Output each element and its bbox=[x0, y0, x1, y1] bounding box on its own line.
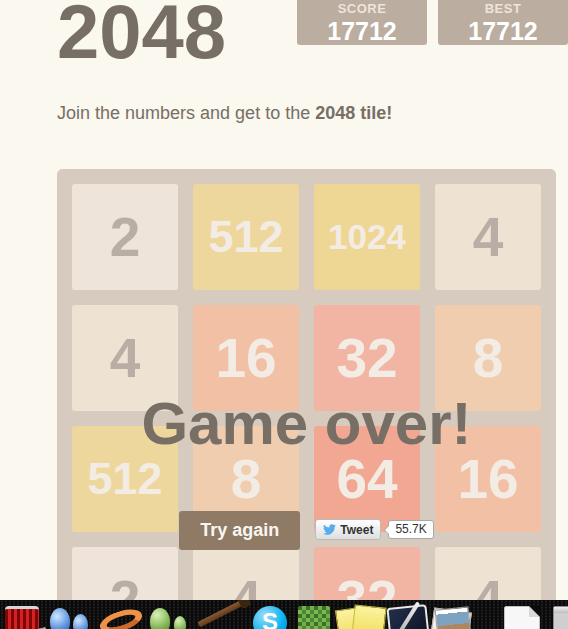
tweet-button[interactable]: Tweet bbox=[315, 519, 381, 540]
easel-dock-icon[interactable] bbox=[386, 604, 429, 629]
tweet-label: Tweet bbox=[340, 523, 373, 537]
score-value: 17712 bbox=[297, 17, 427, 46]
tweet-widget: Tweet 55.7K bbox=[315, 519, 433, 540]
stickies-dock-icon[interactable] bbox=[337, 606, 385, 629]
game-over-overlay: Game over! Try again Tweet 55.7K bbox=[57, 169, 556, 629]
front-row-dock-icon[interactable] bbox=[5, 606, 39, 629]
garageband-dock-icon[interactable] bbox=[197, 600, 246, 627]
skype-dock-icon[interactable]: S bbox=[253, 606, 287, 629]
score-box: SCORE 17712 bbox=[297, 0, 427, 45]
intro-prefix: Join the numbers and get to the bbox=[57, 103, 315, 123]
try-again-button[interactable]: Try again bbox=[179, 511, 300, 550]
tweet-count-badge[interactable]: 55.7K bbox=[388, 520, 433, 539]
overlay-actions: Try again Tweet 55.7K bbox=[57, 511, 556, 550]
intro-goal: 2048 tile! bbox=[315, 103, 392, 123]
best-value: 17712 bbox=[438, 17, 568, 46]
window-dock-icon[interactable] bbox=[553, 606, 568, 629]
minecraft-dock-icon[interactable] bbox=[298, 606, 330, 629]
intro-text: Join the numbers and get to the 2048 til… bbox=[57, 103, 392, 124]
best-label: BEST bbox=[438, 1, 568, 16]
document-dock-icon[interactable] bbox=[504, 606, 540, 629]
twitter-bird-icon bbox=[323, 523, 336, 536]
game-over-message: Game over! bbox=[57, 389, 556, 458]
orange-swirl-dock-icon[interactable] bbox=[97, 605, 145, 629]
game-board: 2 512 1024 4 4 16 32 8 512 8 64 16 2 4 3… bbox=[57, 169, 556, 629]
page-title: 2048 bbox=[57, 0, 226, 74]
macos-dock: S bbox=[0, 600, 568, 629]
best-box: BEST 17712 bbox=[438, 0, 568, 45]
score-label: SCORE bbox=[297, 1, 427, 16]
photos-dock-icon[interactable] bbox=[430, 606, 472, 629]
green-creature-dock-icon[interactable] bbox=[150, 606, 188, 629]
blue-blobs-dock-icon[interactable] bbox=[48, 606, 94, 629]
